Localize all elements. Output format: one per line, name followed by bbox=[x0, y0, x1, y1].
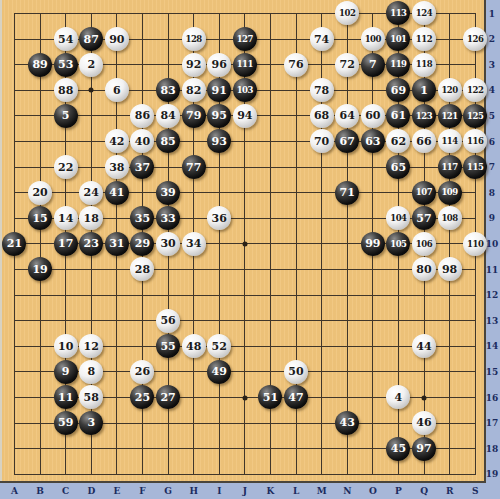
board-point-N6[interactable]: 67 bbox=[334, 129, 360, 155]
board-point-E10[interactable]: 31 bbox=[104, 231, 130, 257]
board-point-A9[interactable] bbox=[2, 205, 28, 231]
board-point-Q10[interactable]: 106 bbox=[411, 231, 437, 257]
board-point-D6[interactable] bbox=[78, 129, 104, 155]
board-point-M4[interactable]: 78 bbox=[309, 77, 335, 103]
board-point-O18[interactable] bbox=[360, 436, 386, 462]
board-point-P4[interactable]: 69 bbox=[386, 77, 412, 103]
board-point-C11[interactable] bbox=[53, 257, 79, 283]
board-point-B12[interactable] bbox=[27, 282, 53, 308]
board-point-O9[interactable] bbox=[360, 205, 386, 231]
board-point-A8[interactable] bbox=[2, 180, 28, 206]
board-point-M2[interactable]: 74 bbox=[309, 26, 335, 52]
board-point-C1[interactable] bbox=[53, 1, 79, 27]
board-point-F17[interactable] bbox=[130, 410, 156, 436]
board-point-E6[interactable]: 42 bbox=[104, 129, 130, 155]
board-point-P2[interactable]: 101 bbox=[386, 26, 412, 52]
board-point-C5[interactable]: 5 bbox=[53, 103, 79, 129]
board-point-L16[interactable]: 47 bbox=[283, 385, 309, 411]
board-point-B4[interactable] bbox=[27, 77, 53, 103]
board-point-G15[interactable] bbox=[155, 359, 181, 385]
board-point-D16[interactable]: 58 bbox=[78, 385, 104, 411]
board-point-C8[interactable] bbox=[53, 180, 79, 206]
board-point-I8[interactable] bbox=[206, 180, 232, 206]
board-point-O11[interactable] bbox=[360, 257, 386, 283]
board-point-Q12[interactable] bbox=[411, 282, 437, 308]
board-point-O1[interactable] bbox=[360, 1, 386, 27]
board-point-J15[interactable] bbox=[232, 359, 258, 385]
board-point-N17[interactable]: 43 bbox=[334, 410, 360, 436]
board-point-H9[interactable] bbox=[181, 205, 207, 231]
board-point-M10[interactable] bbox=[309, 231, 335, 257]
board-point-C17[interactable]: 59 bbox=[53, 410, 79, 436]
board-point-E9[interactable] bbox=[104, 205, 130, 231]
board-point-I11[interactable] bbox=[206, 257, 232, 283]
board-point-Q16[interactable] bbox=[411, 385, 437, 411]
board-point-Q8[interactable]: 107 bbox=[411, 180, 437, 206]
board-point-I10[interactable] bbox=[206, 231, 232, 257]
board-point-L8[interactable] bbox=[283, 180, 309, 206]
board-point-Q2[interactable]: 112 bbox=[411, 26, 437, 52]
board-point-A11[interactable] bbox=[2, 257, 28, 283]
board-point-E13[interactable] bbox=[104, 308, 130, 334]
board-point-K14[interactable] bbox=[258, 333, 284, 359]
board-point-H7[interactable]: 77 bbox=[181, 154, 207, 180]
board-point-F10[interactable]: 29 bbox=[130, 231, 156, 257]
board-point-B6[interactable] bbox=[27, 129, 53, 155]
board-point-O15[interactable] bbox=[360, 359, 386, 385]
board-point-N14[interactable] bbox=[334, 333, 360, 359]
board-point-D15[interactable]: 8 bbox=[78, 359, 104, 385]
board-point-J1[interactable] bbox=[232, 1, 258, 27]
board-point-B11[interactable]: 19 bbox=[27, 257, 53, 283]
board-point-O8[interactable] bbox=[360, 180, 386, 206]
board-point-D10[interactable]: 23 bbox=[78, 231, 104, 257]
board-point-C7[interactable]: 22 bbox=[53, 154, 79, 180]
board-point-Q18[interactable]: 97 bbox=[411, 436, 437, 462]
board-point-G16[interactable]: 27 bbox=[155, 385, 181, 411]
board-point-N9[interactable] bbox=[334, 205, 360, 231]
board-point-B8[interactable]: 20 bbox=[27, 180, 53, 206]
board-point-B17[interactable] bbox=[27, 410, 53, 436]
board-point-D18[interactable] bbox=[78, 436, 104, 462]
board-point-J2[interactable]: 127 bbox=[232, 26, 258, 52]
board-point-K15[interactable] bbox=[258, 359, 284, 385]
board-point-H11[interactable] bbox=[181, 257, 207, 283]
board-point-R4[interactable]: 120 bbox=[437, 77, 463, 103]
board-point-N1[interactable]: 102 bbox=[334, 1, 360, 27]
board-point-P7[interactable]: 65 bbox=[386, 154, 412, 180]
board-point-F4[interactable] bbox=[130, 77, 156, 103]
board-point-G11[interactable] bbox=[155, 257, 181, 283]
board-point-N2[interactable] bbox=[334, 26, 360, 52]
board-point-R8[interactable]: 109 bbox=[437, 180, 463, 206]
board-point-N3[interactable]: 72 bbox=[334, 52, 360, 78]
board-point-K4[interactable] bbox=[258, 77, 284, 103]
board-point-M13[interactable] bbox=[309, 308, 335, 334]
board-point-M1[interactable] bbox=[309, 1, 335, 27]
board-point-B2[interactable] bbox=[27, 26, 53, 52]
board-point-A4[interactable] bbox=[2, 77, 28, 103]
board-point-M5[interactable]: 68 bbox=[309, 103, 335, 129]
board-point-L17[interactable] bbox=[283, 410, 309, 436]
board-point-R17[interactable] bbox=[437, 410, 463, 436]
board-point-N5[interactable]: 64 bbox=[334, 103, 360, 129]
board-point-J3[interactable]: 111 bbox=[232, 52, 258, 78]
board-point-D5[interactable] bbox=[78, 103, 104, 129]
board-point-N13[interactable] bbox=[334, 308, 360, 334]
board-point-B3[interactable]: 89 bbox=[27, 52, 53, 78]
board-point-R13[interactable] bbox=[437, 308, 463, 334]
board-point-F3[interactable] bbox=[130, 52, 156, 78]
board-point-I13[interactable] bbox=[206, 308, 232, 334]
board-point-M11[interactable] bbox=[309, 257, 335, 283]
board-point-L18[interactable] bbox=[283, 436, 309, 462]
board-point-E2[interactable]: 90 bbox=[104, 26, 130, 52]
board-point-G6[interactable]: 85 bbox=[155, 129, 181, 155]
board-point-G18[interactable] bbox=[155, 436, 181, 462]
board-point-C2[interactable]: 54 bbox=[53, 26, 79, 52]
board-point-K12[interactable] bbox=[258, 282, 284, 308]
board-point-G13[interactable]: 56 bbox=[155, 308, 181, 334]
board-point-F16[interactable]: 25 bbox=[130, 385, 156, 411]
board-point-P18[interactable]: 45 bbox=[386, 436, 412, 462]
board-point-Q17[interactable]: 46 bbox=[411, 410, 437, 436]
board-point-H3[interactable]: 92 bbox=[181, 52, 207, 78]
board-point-D12[interactable] bbox=[78, 282, 104, 308]
board-point-L6[interactable] bbox=[283, 129, 309, 155]
board-point-N16[interactable] bbox=[334, 385, 360, 411]
board-point-O17[interactable] bbox=[360, 410, 386, 436]
board-point-I15[interactable]: 49 bbox=[206, 359, 232, 385]
board-point-B15[interactable] bbox=[27, 359, 53, 385]
board-point-H6[interactable] bbox=[181, 129, 207, 155]
board-point-D14[interactable]: 12 bbox=[78, 333, 104, 359]
board-point-O2[interactable]: 100 bbox=[360, 26, 386, 52]
go-board[interactable]: 1021131245487901281277410010111212689532… bbox=[2, 1, 488, 487]
board-point-B5[interactable] bbox=[27, 103, 53, 129]
board-point-I2[interactable] bbox=[206, 26, 232, 52]
board-point-R11[interactable]: 98 bbox=[437, 257, 463, 283]
board-point-E7[interactable]: 38 bbox=[104, 154, 130, 180]
board-point-N10[interactable] bbox=[334, 231, 360, 257]
board-point-A10[interactable]: 21 bbox=[2, 231, 28, 257]
board-point-P8[interactable] bbox=[386, 180, 412, 206]
board-point-H13[interactable] bbox=[181, 308, 207, 334]
board-point-E12[interactable] bbox=[104, 282, 130, 308]
board-point-F6[interactable]: 40 bbox=[130, 129, 156, 155]
board-point-J7[interactable] bbox=[232, 154, 258, 180]
board-point-A13[interactable] bbox=[2, 308, 28, 334]
board-point-F2[interactable] bbox=[130, 26, 156, 52]
board-point-D9[interactable]: 18 bbox=[78, 205, 104, 231]
board-point-E17[interactable] bbox=[104, 410, 130, 436]
board-point-I6[interactable]: 93 bbox=[206, 129, 232, 155]
board-point-M15[interactable] bbox=[309, 359, 335, 385]
board-point-M12[interactable] bbox=[309, 282, 335, 308]
board-point-Q5[interactable]: 123 bbox=[411, 103, 437, 129]
board-point-L4[interactable] bbox=[283, 77, 309, 103]
board-point-J16[interactable] bbox=[232, 385, 258, 411]
board-point-M14[interactable] bbox=[309, 333, 335, 359]
board-point-R15[interactable] bbox=[437, 359, 463, 385]
board-point-F9[interactable]: 35 bbox=[130, 205, 156, 231]
board-point-B10[interactable] bbox=[27, 231, 53, 257]
board-point-N18[interactable] bbox=[334, 436, 360, 462]
board-point-F13[interactable] bbox=[130, 308, 156, 334]
board-point-A18[interactable] bbox=[2, 436, 28, 462]
board-point-H5[interactable]: 79 bbox=[181, 103, 207, 129]
board-point-G1[interactable] bbox=[155, 1, 181, 27]
board-point-A2[interactable] bbox=[2, 26, 28, 52]
board-point-J8[interactable] bbox=[232, 180, 258, 206]
board-point-C14[interactable]: 10 bbox=[53, 333, 79, 359]
board-point-G14[interactable]: 55 bbox=[155, 333, 181, 359]
board-point-K7[interactable] bbox=[258, 154, 284, 180]
board-point-L3[interactable]: 76 bbox=[283, 52, 309, 78]
board-point-M17[interactable] bbox=[309, 410, 335, 436]
board-point-F18[interactable] bbox=[130, 436, 156, 462]
board-point-K16[interactable]: 51 bbox=[258, 385, 284, 411]
board-point-D17[interactable]: 3 bbox=[78, 410, 104, 436]
board-point-H8[interactable] bbox=[181, 180, 207, 206]
board-point-K10[interactable] bbox=[258, 231, 284, 257]
board-point-R6[interactable]: 114 bbox=[437, 129, 463, 155]
board-point-P16[interactable]: 4 bbox=[386, 385, 412, 411]
board-point-K17[interactable] bbox=[258, 410, 284, 436]
board-point-E18[interactable] bbox=[104, 436, 130, 462]
board-point-B16[interactable] bbox=[27, 385, 53, 411]
board-point-O14[interactable] bbox=[360, 333, 386, 359]
board-point-A17[interactable] bbox=[2, 410, 28, 436]
board-point-Q6[interactable]: 66 bbox=[411, 129, 437, 155]
board-point-B9[interactable]: 15 bbox=[27, 205, 53, 231]
board-point-J11[interactable] bbox=[232, 257, 258, 283]
board-point-G9[interactable]: 33 bbox=[155, 205, 181, 231]
board-point-R12[interactable] bbox=[437, 282, 463, 308]
board-point-D13[interactable] bbox=[78, 308, 104, 334]
board-point-Q14[interactable]: 44 bbox=[411, 333, 437, 359]
board-point-M8[interactable] bbox=[309, 180, 335, 206]
board-point-L11[interactable] bbox=[283, 257, 309, 283]
board-point-R1[interactable] bbox=[437, 1, 463, 27]
board-point-I7[interactable] bbox=[206, 154, 232, 180]
board-point-D8[interactable]: 24 bbox=[78, 180, 104, 206]
board-point-O13[interactable] bbox=[360, 308, 386, 334]
board-point-K1[interactable] bbox=[258, 1, 284, 27]
board-point-G12[interactable] bbox=[155, 282, 181, 308]
board-point-C16[interactable]: 11 bbox=[53, 385, 79, 411]
board-point-F15[interactable]: 26 bbox=[130, 359, 156, 385]
board-point-M16[interactable] bbox=[309, 385, 335, 411]
board-point-J18[interactable] bbox=[232, 436, 258, 462]
board-point-E15[interactable] bbox=[104, 359, 130, 385]
board-point-C12[interactable] bbox=[53, 282, 79, 308]
board-point-A12[interactable] bbox=[2, 282, 28, 308]
board-point-O16[interactable] bbox=[360, 385, 386, 411]
board-point-A16[interactable] bbox=[2, 385, 28, 411]
board-point-O12[interactable] bbox=[360, 282, 386, 308]
board-point-K9[interactable] bbox=[258, 205, 284, 231]
board-point-R10[interactable] bbox=[437, 231, 463, 257]
board-point-Q7[interactable] bbox=[411, 154, 437, 180]
board-point-E16[interactable] bbox=[104, 385, 130, 411]
board-point-K2[interactable] bbox=[258, 26, 284, 52]
board-point-C6[interactable] bbox=[53, 129, 79, 155]
board-point-R16[interactable] bbox=[437, 385, 463, 411]
board-point-K3[interactable] bbox=[258, 52, 284, 78]
board-point-E14[interactable] bbox=[104, 333, 130, 359]
board-point-R7[interactable]: 117 bbox=[437, 154, 463, 180]
board-point-D4[interactable] bbox=[78, 77, 104, 103]
board-point-B18[interactable] bbox=[27, 436, 53, 462]
board-point-M9[interactable] bbox=[309, 205, 335, 231]
board-point-H15[interactable] bbox=[181, 359, 207, 385]
board-point-L7[interactable] bbox=[283, 154, 309, 180]
board-point-A1[interactable] bbox=[2, 1, 28, 27]
board-point-I16[interactable] bbox=[206, 385, 232, 411]
board-point-A5[interactable] bbox=[2, 103, 28, 129]
board-point-I1[interactable] bbox=[206, 1, 232, 27]
board-point-L15[interactable]: 50 bbox=[283, 359, 309, 385]
board-point-M18[interactable] bbox=[309, 436, 335, 462]
board-point-G10[interactable]: 30 bbox=[155, 231, 181, 257]
board-point-K5[interactable] bbox=[258, 103, 284, 129]
board-point-I17[interactable] bbox=[206, 410, 232, 436]
board-point-H1[interactable] bbox=[181, 1, 207, 27]
board-point-C9[interactable]: 14 bbox=[53, 205, 79, 231]
board-point-O5[interactable]: 60 bbox=[360, 103, 386, 129]
board-point-E5[interactable] bbox=[104, 103, 130, 129]
board-point-L10[interactable] bbox=[283, 231, 309, 257]
board-point-L5[interactable] bbox=[283, 103, 309, 129]
board-point-D7[interactable] bbox=[78, 154, 104, 180]
board-point-H14[interactable]: 48 bbox=[181, 333, 207, 359]
board-point-G7[interactable] bbox=[155, 154, 181, 180]
board-point-Q11[interactable]: 80 bbox=[411, 257, 437, 283]
board-point-Q15[interactable] bbox=[411, 359, 437, 385]
board-point-A6[interactable] bbox=[2, 129, 28, 155]
board-point-R9[interactable]: 108 bbox=[437, 205, 463, 231]
board-point-A3[interactable] bbox=[2, 52, 28, 78]
board-point-O4[interactable] bbox=[360, 77, 386, 103]
board-point-F8[interactable] bbox=[130, 180, 156, 206]
board-point-I9[interactable]: 36 bbox=[206, 205, 232, 231]
board-point-M7[interactable] bbox=[309, 154, 335, 180]
board-point-P10[interactable]: 105 bbox=[386, 231, 412, 257]
board-point-N12[interactable] bbox=[334, 282, 360, 308]
board-point-O3[interactable]: 7 bbox=[360, 52, 386, 78]
board-point-L14[interactable] bbox=[283, 333, 309, 359]
board-point-G3[interactable] bbox=[155, 52, 181, 78]
board-point-L2[interactable] bbox=[283, 26, 309, 52]
board-point-J6[interactable] bbox=[232, 129, 258, 155]
board-point-F5[interactable]: 86 bbox=[130, 103, 156, 129]
board-point-B1[interactable] bbox=[27, 1, 53, 27]
board-point-G17[interactable] bbox=[155, 410, 181, 436]
board-point-E8[interactable]: 41 bbox=[104, 180, 130, 206]
board-point-L9[interactable] bbox=[283, 205, 309, 231]
board-point-B7[interactable] bbox=[27, 154, 53, 180]
board-point-P9[interactable]: 104 bbox=[386, 205, 412, 231]
board-point-J10[interactable] bbox=[232, 231, 258, 257]
board-point-N4[interactable] bbox=[334, 77, 360, 103]
board-point-H10[interactable]: 34 bbox=[181, 231, 207, 257]
board-point-P13[interactable] bbox=[386, 308, 412, 334]
board-point-J17[interactable] bbox=[232, 410, 258, 436]
board-point-E4[interactable]: 6 bbox=[104, 77, 130, 103]
board-point-G4[interactable]: 83 bbox=[155, 77, 181, 103]
board-point-E11[interactable] bbox=[104, 257, 130, 283]
board-point-D2[interactable]: 87 bbox=[78, 26, 104, 52]
board-point-D1[interactable] bbox=[78, 1, 104, 27]
board-point-P5[interactable]: 61 bbox=[386, 103, 412, 129]
board-point-G5[interactable]: 84 bbox=[155, 103, 181, 129]
board-point-N7[interactable] bbox=[334, 154, 360, 180]
board-point-I18[interactable] bbox=[206, 436, 232, 462]
board-point-C18[interactable] bbox=[53, 436, 79, 462]
board-point-C3[interactable]: 53 bbox=[53, 52, 79, 78]
board-point-Q4[interactable]: 1 bbox=[411, 77, 437, 103]
board-point-J13[interactable] bbox=[232, 308, 258, 334]
board-point-L12[interactable] bbox=[283, 282, 309, 308]
board-point-R18[interactable] bbox=[437, 436, 463, 462]
board-point-K13[interactable] bbox=[258, 308, 284, 334]
board-point-P1[interactable]: 113 bbox=[386, 1, 412, 27]
board-point-K6[interactable] bbox=[258, 129, 284, 155]
board-point-P14[interactable] bbox=[386, 333, 412, 359]
board-point-I14[interactable]: 52 bbox=[206, 333, 232, 359]
board-point-I4[interactable]: 91 bbox=[206, 77, 232, 103]
board-point-B13[interactable] bbox=[27, 308, 53, 334]
board-point-G2[interactable] bbox=[155, 26, 181, 52]
board-point-K18[interactable] bbox=[258, 436, 284, 462]
board-point-Q3[interactable]: 118 bbox=[411, 52, 437, 78]
board-point-J5[interactable]: 94 bbox=[232, 103, 258, 129]
board-point-P6[interactable]: 62 bbox=[386, 129, 412, 155]
board-point-C15[interactable]: 9 bbox=[53, 359, 79, 385]
board-point-R5[interactable]: 121 bbox=[437, 103, 463, 129]
board-point-H18[interactable] bbox=[181, 436, 207, 462]
board-point-D3[interactable]: 2 bbox=[78, 52, 104, 78]
board-point-C10[interactable]: 17 bbox=[53, 231, 79, 257]
board-point-M3[interactable] bbox=[309, 52, 335, 78]
board-point-J9[interactable] bbox=[232, 205, 258, 231]
board-point-J14[interactable] bbox=[232, 333, 258, 359]
board-point-A15[interactable] bbox=[2, 359, 28, 385]
board-point-H17[interactable] bbox=[181, 410, 207, 436]
board-point-R3[interactable] bbox=[437, 52, 463, 78]
board-point-H4[interactable]: 82 bbox=[181, 77, 207, 103]
board-point-Q13[interactable] bbox=[411, 308, 437, 334]
board-point-F12[interactable] bbox=[130, 282, 156, 308]
board-point-Q9[interactable]: 57 bbox=[411, 205, 437, 231]
board-point-M6[interactable]: 70 bbox=[309, 129, 335, 155]
board-point-O7[interactable] bbox=[360, 154, 386, 180]
board-point-R2[interactable] bbox=[437, 26, 463, 52]
board-point-N11[interactable] bbox=[334, 257, 360, 283]
board-point-C4[interactable]: 88 bbox=[53, 77, 79, 103]
board-point-E1[interactable] bbox=[104, 1, 130, 27]
board-point-A7[interactable] bbox=[2, 154, 28, 180]
board-point-R14[interactable] bbox=[437, 333, 463, 359]
board-point-H12[interactable] bbox=[181, 282, 207, 308]
board-point-N8[interactable]: 71 bbox=[334, 180, 360, 206]
board-point-J4[interactable]: 103 bbox=[232, 77, 258, 103]
board-point-F14[interactable] bbox=[130, 333, 156, 359]
board-point-P15[interactable] bbox=[386, 359, 412, 385]
board-point-H16[interactable] bbox=[181, 385, 207, 411]
board-point-P11[interactable] bbox=[386, 257, 412, 283]
